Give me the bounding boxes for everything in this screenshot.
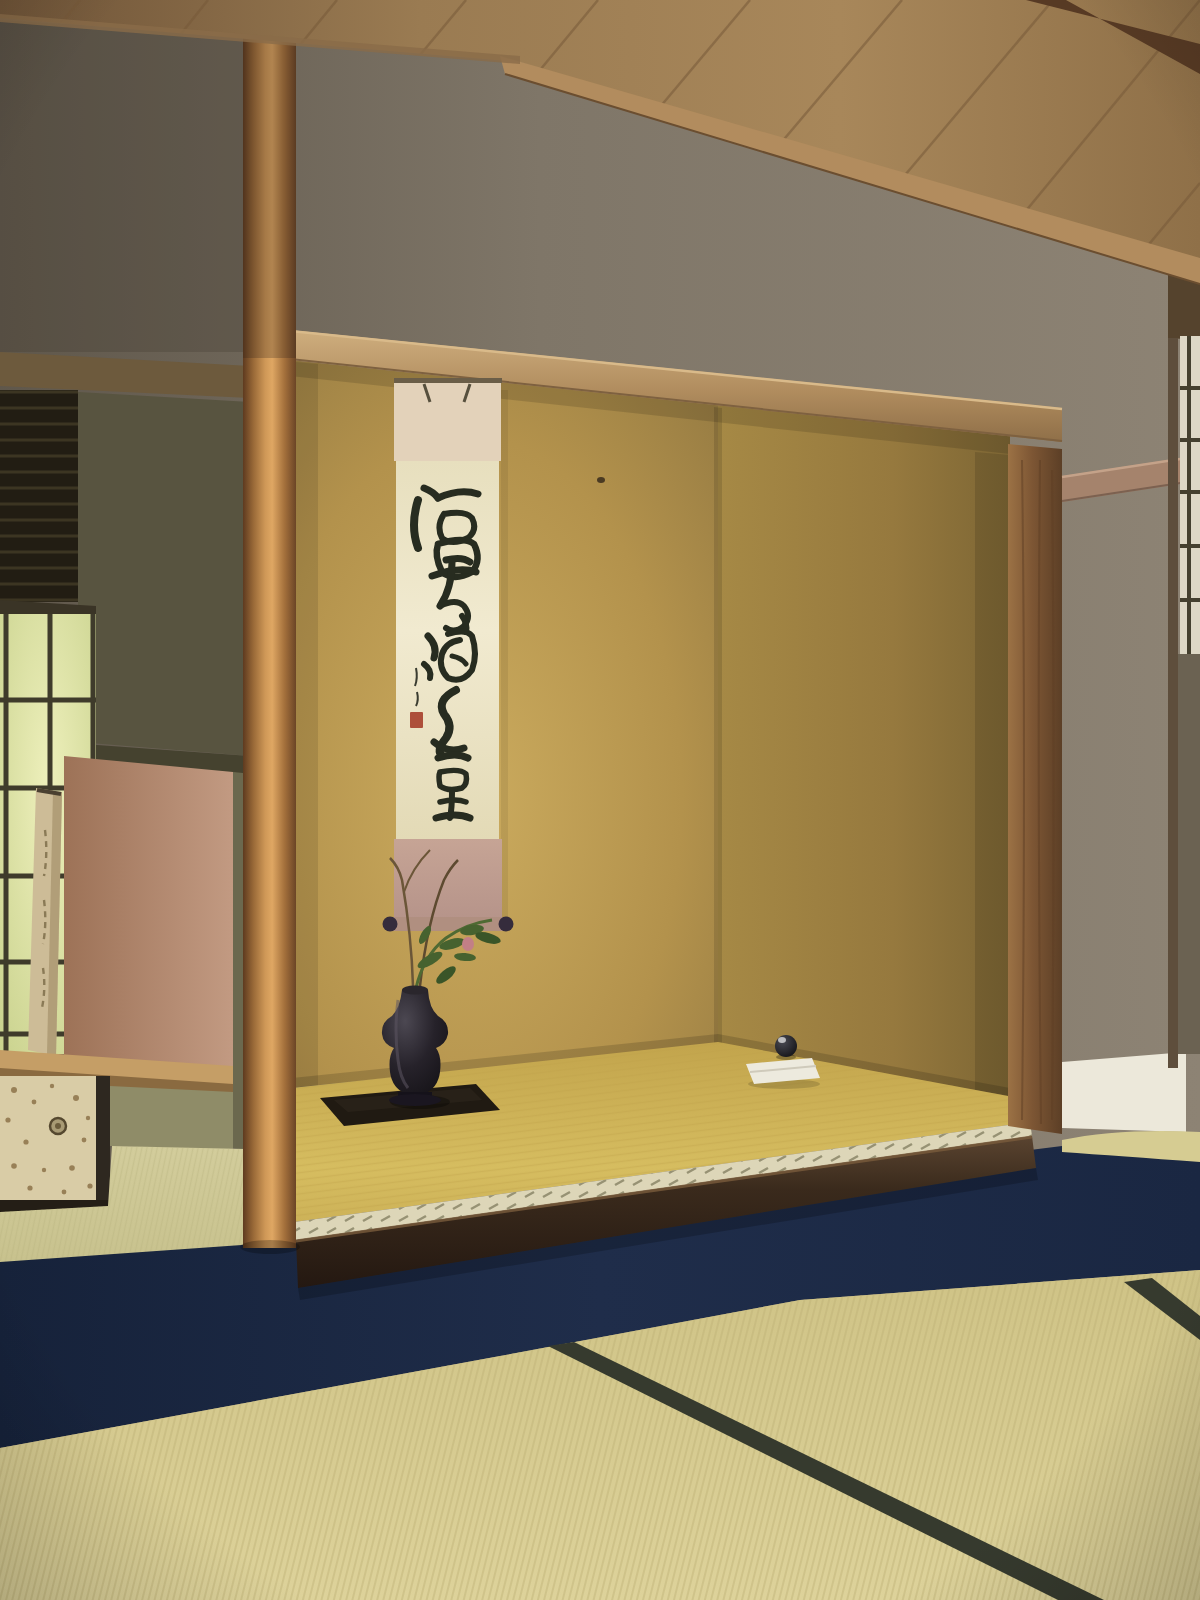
tea-room-photo: Japanese tea room interior with tokonoma… [0, 0, 1200, 1600]
vignette [0, 0, 1200, 1600]
tea-room-scene: Japanese tea room interior with tokonoma… [0, 0, 1200, 1600]
